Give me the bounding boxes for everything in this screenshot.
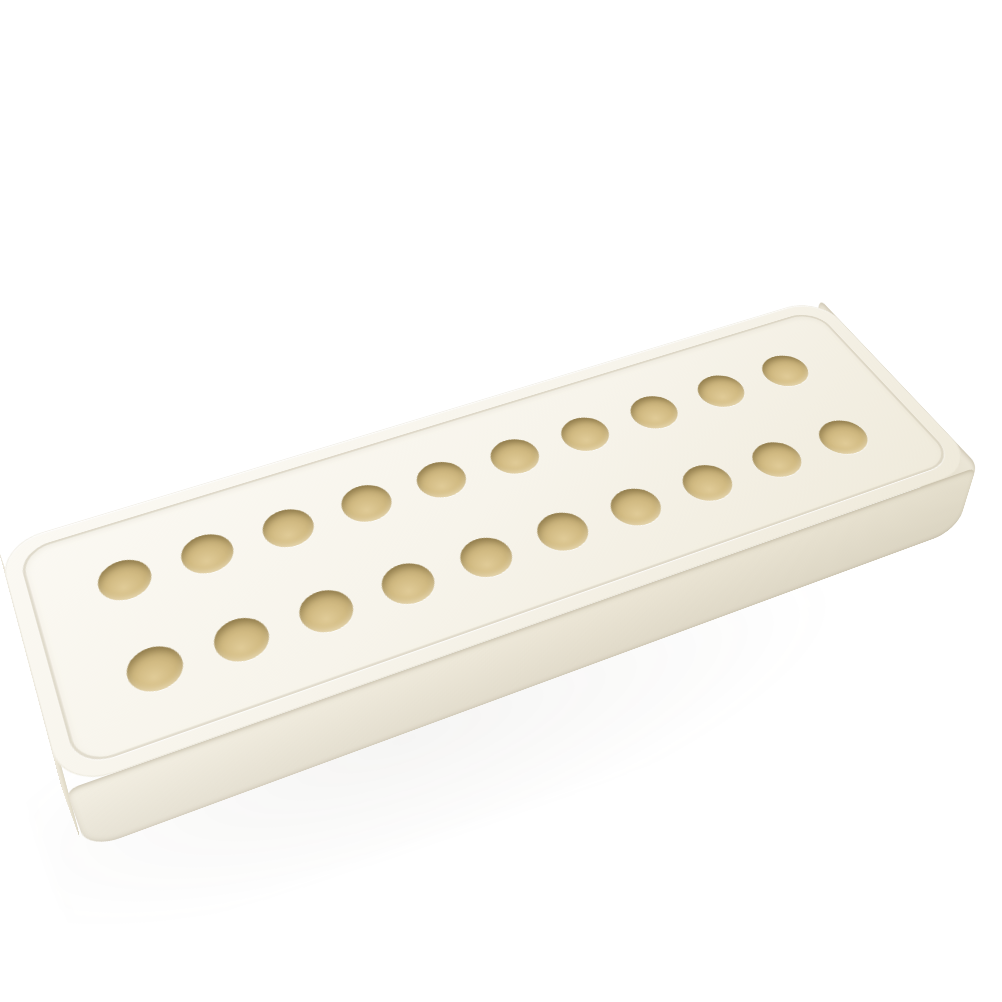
pit-cell: [95, 609, 216, 733]
pit[interactable]: [176, 528, 240, 580]
pit[interactable]: [689, 371, 753, 412]
pit[interactable]: [810, 415, 877, 459]
pit-cell: [182, 582, 304, 702]
pit[interactable]: [92, 554, 156, 607]
pit[interactable]: [410, 456, 474, 503]
pit[interactable]: [602, 483, 670, 531]
scene: [0, 0, 1002, 1002]
pit[interactable]: [622, 391, 686, 434]
pit-cell: [347, 530, 471, 642]
pit[interactable]: [743, 437, 810, 482]
pit[interactable]: [754, 351, 817, 391]
pit[interactable]: [483, 434, 547, 479]
pit-cell: [266, 555, 389, 670]
pit[interactable]: [292, 584, 360, 639]
pit[interactable]: [256, 503, 320, 553]
pit-tray-board: [0, 298, 979, 792]
photo-background: [0, 0, 1002, 1002]
pit-cell: [69, 526, 182, 637]
pit[interactable]: [334, 480, 398, 528]
pit[interactable]: [674, 460, 742, 507]
pit-cell: [152, 502, 266, 609]
pit-cell: [425, 505, 550, 613]
pit[interactable]: [554, 412, 618, 456]
pit[interactable]: [208, 611, 276, 668]
pit[interactable]: [453, 532, 521, 584]
pit[interactable]: [121, 639, 189, 699]
pit[interactable]: [374, 557, 442, 611]
pit[interactable]: [529, 507, 597, 557]
